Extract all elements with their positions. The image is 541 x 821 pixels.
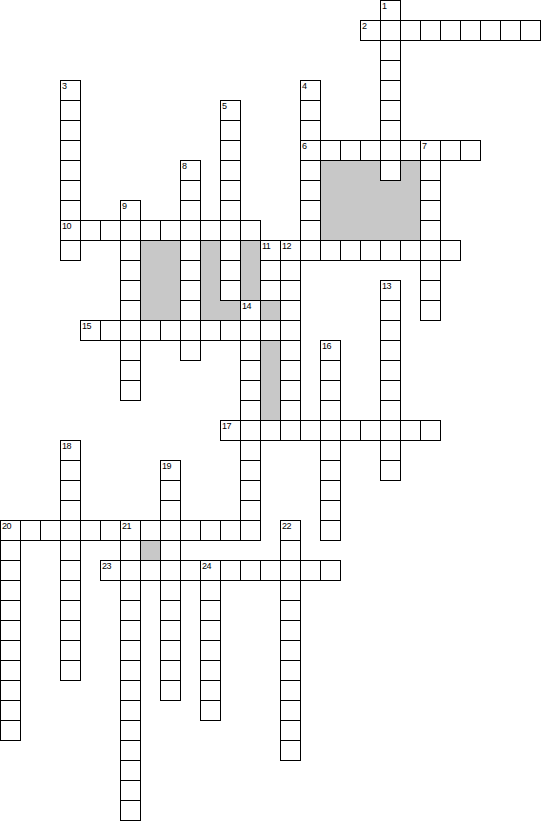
cell[interactable] bbox=[120, 280, 141, 301]
cell[interactable] bbox=[60, 480, 81, 501]
cell[interactable] bbox=[320, 480, 341, 501]
cell[interactable] bbox=[160, 560, 181, 581]
cell[interactable] bbox=[60, 240, 81, 261]
cell[interactable] bbox=[220, 160, 241, 181]
cell[interactable] bbox=[120, 800, 141, 821]
cell[interactable] bbox=[140, 220, 161, 241]
shaded-region-cell bbox=[360, 200, 380, 220]
shaded-region-cell bbox=[240, 280, 260, 300]
cell[interactable] bbox=[260, 560, 281, 581]
cell[interactable] bbox=[380, 380, 401, 401]
cell[interactable] bbox=[160, 520, 181, 541]
shaded-region-cell bbox=[140, 280, 160, 300]
cell[interactable] bbox=[60, 200, 81, 221]
cell[interactable] bbox=[0, 700, 21, 721]
cell[interactable] bbox=[60, 540, 81, 561]
cell[interactable] bbox=[160, 460, 181, 481]
cell[interactable] bbox=[420, 420, 441, 441]
shaded-region-cell bbox=[260, 380, 280, 400]
cell[interactable] bbox=[120, 340, 141, 361]
cell[interactable] bbox=[0, 640, 21, 661]
cell[interactable] bbox=[160, 620, 181, 641]
cell[interactable] bbox=[200, 640, 221, 661]
cell[interactable] bbox=[420, 180, 441, 201]
cell[interactable] bbox=[180, 160, 201, 181]
cell[interactable] bbox=[100, 220, 121, 241]
cell[interactable] bbox=[120, 620, 141, 641]
cell[interactable] bbox=[120, 220, 141, 241]
cell[interactable] bbox=[160, 220, 181, 241]
cell[interactable] bbox=[260, 260, 281, 281]
shaded-region-cell bbox=[400, 200, 420, 220]
cell[interactable] bbox=[220, 260, 241, 281]
shaded-region-cell bbox=[140, 540, 160, 560]
cell[interactable] bbox=[180, 340, 201, 361]
cell[interactable] bbox=[320, 460, 341, 481]
cell[interactable] bbox=[0, 680, 21, 701]
cell[interactable] bbox=[60, 100, 81, 121]
cell[interactable] bbox=[0, 660, 21, 681]
shaded-region-cell bbox=[160, 240, 180, 260]
cell[interactable] bbox=[320, 500, 341, 521]
cell[interactable] bbox=[300, 140, 321, 161]
cell[interactable] bbox=[160, 680, 181, 701]
cell[interactable] bbox=[0, 620, 21, 641]
cell[interactable] bbox=[500, 20, 521, 41]
cell[interactable] bbox=[420, 260, 441, 281]
shaded-region-cell bbox=[380, 200, 400, 220]
cell[interactable] bbox=[180, 240, 201, 261]
cell[interactable] bbox=[380, 120, 401, 141]
cell[interactable] bbox=[60, 140, 81, 161]
cell[interactable] bbox=[420, 160, 441, 181]
cell[interactable] bbox=[160, 540, 181, 561]
cell[interactable] bbox=[120, 640, 141, 661]
cell[interactable] bbox=[300, 120, 321, 141]
cell[interactable] bbox=[180, 560, 201, 581]
shaded-region-cell bbox=[260, 340, 280, 360]
cell[interactable] bbox=[240, 380, 261, 401]
shaded-region-cell bbox=[240, 240, 260, 260]
cell[interactable] bbox=[180, 300, 201, 321]
cell[interactable] bbox=[440, 20, 461, 41]
shaded-region-cell bbox=[260, 400, 280, 420]
cell[interactable] bbox=[420, 140, 441, 161]
shaded-region-cell bbox=[400, 220, 420, 240]
cell[interactable] bbox=[400, 240, 421, 261]
cell[interactable] bbox=[320, 440, 341, 461]
cell[interactable] bbox=[60, 500, 81, 521]
cell[interactable] bbox=[320, 400, 341, 421]
cell[interactable] bbox=[200, 580, 221, 601]
shaded-region-cell bbox=[220, 300, 240, 320]
cell[interactable] bbox=[240, 440, 261, 461]
cell[interactable] bbox=[380, 320, 401, 341]
cell[interactable] bbox=[220, 520, 241, 541]
cell[interactable] bbox=[280, 660, 301, 681]
cell[interactable] bbox=[220, 320, 241, 341]
cell[interactable] bbox=[380, 280, 401, 301]
cell[interactable] bbox=[200, 520, 221, 541]
shaded-region-cell bbox=[340, 160, 360, 180]
shaded-region-cell bbox=[360, 180, 380, 200]
cell[interactable] bbox=[220, 120, 241, 141]
cell[interactable] bbox=[60, 160, 81, 181]
cell[interactable] bbox=[280, 700, 301, 721]
cell[interactable] bbox=[300, 160, 321, 181]
cell[interactable] bbox=[260, 320, 281, 341]
cell[interactable] bbox=[160, 320, 181, 341]
crossword-grid: 123456789101112131415161718192021222324 bbox=[0, 0, 541, 821]
cell[interactable] bbox=[380, 400, 401, 421]
shaded-region-cell bbox=[260, 300, 280, 320]
cell[interactable] bbox=[180, 220, 201, 241]
cell[interactable] bbox=[320, 340, 341, 361]
cell[interactable] bbox=[120, 320, 141, 341]
cell[interactable] bbox=[80, 320, 101, 341]
cell[interactable] bbox=[120, 680, 141, 701]
cell[interactable] bbox=[60, 520, 81, 541]
cell[interactable] bbox=[120, 200, 141, 221]
cell[interactable] bbox=[200, 660, 221, 681]
shaded-region-cell bbox=[160, 300, 180, 320]
cell[interactable] bbox=[360, 20, 381, 41]
cell[interactable] bbox=[180, 260, 201, 281]
cell[interactable] bbox=[380, 40, 401, 61]
cell[interactable] bbox=[480, 20, 501, 41]
cell[interactable] bbox=[220, 560, 241, 581]
cell[interactable] bbox=[280, 260, 301, 281]
shaded-region-cell bbox=[340, 220, 360, 240]
cell[interactable] bbox=[320, 420, 341, 441]
cell[interactable] bbox=[240, 520, 261, 541]
shaded-region-cell bbox=[240, 260, 260, 280]
cell[interactable] bbox=[260, 280, 281, 301]
cell[interactable] bbox=[160, 640, 181, 661]
cell[interactable] bbox=[380, 80, 401, 101]
cell[interactable] bbox=[280, 600, 301, 621]
cell[interactable] bbox=[380, 60, 401, 81]
cell[interactable] bbox=[0, 600, 21, 621]
cell[interactable] bbox=[320, 140, 341, 161]
shaded-region-cell bbox=[140, 240, 160, 260]
cell[interactable] bbox=[320, 380, 341, 401]
cell[interactable] bbox=[180, 280, 201, 301]
cell[interactable] bbox=[120, 760, 141, 781]
cell[interactable] bbox=[400, 420, 421, 441]
shaded-region-cell bbox=[380, 220, 400, 240]
cell[interactable] bbox=[380, 440, 401, 461]
shaded-region-cell bbox=[360, 160, 380, 180]
cell[interactable] bbox=[240, 320, 261, 341]
cell[interactable] bbox=[140, 520, 161, 541]
cell[interactable] bbox=[120, 560, 141, 581]
cell[interactable] bbox=[220, 420, 241, 441]
cell[interactable] bbox=[300, 240, 321, 261]
cell[interactable] bbox=[200, 620, 221, 641]
cell[interactable] bbox=[180, 180, 201, 201]
cell[interactable] bbox=[420, 240, 441, 261]
cell[interactable] bbox=[120, 660, 141, 681]
cell[interactable] bbox=[280, 380, 301, 401]
cell[interactable] bbox=[160, 500, 181, 521]
cell[interactable] bbox=[180, 200, 201, 221]
cell[interactable] bbox=[220, 140, 241, 161]
cell[interactable] bbox=[0, 560, 21, 581]
cell[interactable] bbox=[280, 580, 301, 601]
cell[interactable] bbox=[60, 440, 81, 461]
cell[interactable] bbox=[460, 140, 481, 161]
cell[interactable] bbox=[380, 160, 401, 181]
cell[interactable] bbox=[60, 600, 81, 621]
cell[interactable] bbox=[240, 340, 261, 361]
cell[interactable] bbox=[60, 80, 81, 101]
cell[interactable] bbox=[120, 740, 141, 761]
cell[interactable] bbox=[320, 520, 341, 541]
cell[interactable] bbox=[120, 720, 141, 741]
cell[interactable] bbox=[200, 220, 221, 241]
cell[interactable] bbox=[380, 0, 401, 21]
cell[interactable] bbox=[240, 300, 261, 321]
cell[interactable] bbox=[380, 460, 401, 481]
cell[interactable] bbox=[100, 560, 121, 581]
cell[interactable] bbox=[240, 360, 261, 381]
cell[interactable] bbox=[60, 620, 81, 641]
cell[interactable] bbox=[240, 480, 261, 501]
shaded-region-cell bbox=[200, 260, 220, 280]
shaded-region-cell bbox=[360, 220, 380, 240]
cell[interactable] bbox=[300, 220, 321, 241]
cell[interactable] bbox=[140, 560, 161, 581]
cell[interactable] bbox=[260, 240, 281, 261]
cell[interactable] bbox=[300, 200, 321, 221]
cell[interactable] bbox=[120, 240, 141, 261]
cell[interactable] bbox=[200, 320, 221, 341]
shaded-region-cell bbox=[320, 180, 340, 200]
cell[interactable] bbox=[280, 400, 301, 421]
cell[interactable] bbox=[160, 660, 181, 681]
cell[interactable] bbox=[400, 20, 421, 41]
cell[interactable] bbox=[220, 280, 241, 301]
cell[interactable] bbox=[320, 560, 341, 581]
cell[interactable] bbox=[420, 20, 441, 41]
shaded-region-cell bbox=[140, 260, 160, 280]
cell[interactable] bbox=[60, 180, 81, 201]
cell[interactable] bbox=[80, 220, 101, 241]
cell[interactable] bbox=[260, 420, 281, 441]
cell[interactable] bbox=[340, 240, 361, 261]
cell[interactable] bbox=[280, 640, 301, 661]
shaded-region-cell bbox=[160, 260, 180, 280]
cell[interactable] bbox=[440, 140, 461, 161]
cell[interactable] bbox=[220, 200, 241, 221]
cell[interactable] bbox=[320, 360, 341, 381]
cell[interactable] bbox=[280, 360, 301, 381]
cell[interactable] bbox=[360, 140, 381, 161]
cell[interactable] bbox=[280, 520, 301, 541]
shaded-region-cell bbox=[320, 220, 340, 240]
cell[interactable] bbox=[300, 180, 321, 201]
cell[interactable] bbox=[380, 20, 401, 41]
cell[interactable] bbox=[60, 120, 81, 141]
cell[interactable] bbox=[420, 300, 441, 321]
cell[interactable] bbox=[300, 420, 321, 441]
cell[interactable] bbox=[440, 240, 461, 261]
shaded-region-cell bbox=[340, 200, 360, 220]
cell[interactable] bbox=[120, 580, 141, 601]
cell[interactable] bbox=[300, 100, 321, 121]
cell[interactable] bbox=[60, 460, 81, 481]
cell[interactable] bbox=[140, 320, 161, 341]
shaded-region-cell bbox=[260, 360, 280, 380]
cell[interactable] bbox=[280, 300, 301, 321]
shaded-region-cell bbox=[320, 160, 340, 180]
cell[interactable] bbox=[120, 360, 141, 381]
cell[interactable] bbox=[200, 600, 221, 621]
cell[interactable] bbox=[460, 20, 481, 41]
shaded-region-cell bbox=[320, 200, 340, 220]
cell[interactable] bbox=[60, 580, 81, 601]
cell[interactable] bbox=[0, 520, 21, 541]
cell[interactable] bbox=[300, 80, 321, 101]
cell[interactable] bbox=[160, 580, 181, 601]
cell[interactable] bbox=[220, 240, 241, 261]
shaded-region-cell bbox=[380, 180, 400, 200]
cell[interactable] bbox=[220, 220, 241, 241]
cell[interactable] bbox=[0, 540, 21, 561]
cell[interactable] bbox=[120, 780, 141, 801]
cell[interactable] bbox=[420, 220, 441, 241]
cell[interactable] bbox=[280, 540, 301, 561]
cell[interactable] bbox=[60, 560, 81, 581]
cell[interactable] bbox=[280, 740, 301, 761]
cell[interactable] bbox=[280, 620, 301, 641]
cell[interactable] bbox=[420, 280, 441, 301]
cell[interactable] bbox=[60, 640, 81, 661]
cell[interactable] bbox=[120, 540, 141, 561]
cell[interactable] bbox=[280, 680, 301, 701]
cell[interactable] bbox=[120, 380, 141, 401]
shaded-region-cell bbox=[200, 280, 220, 300]
cell[interactable] bbox=[240, 220, 261, 241]
cell[interactable] bbox=[280, 560, 301, 581]
cell[interactable] bbox=[380, 240, 401, 261]
cell[interactable] bbox=[100, 520, 121, 541]
cell[interactable] bbox=[240, 400, 261, 421]
cell[interactable] bbox=[120, 520, 141, 541]
cell[interactable] bbox=[520, 20, 541, 41]
cell[interactable] bbox=[100, 320, 121, 341]
cell[interactable] bbox=[0, 720, 21, 741]
cell[interactable] bbox=[380, 300, 401, 321]
cell[interactable] bbox=[80, 520, 101, 541]
cell[interactable] bbox=[220, 180, 241, 201]
cell[interactable] bbox=[400, 140, 421, 161]
cell[interactable] bbox=[340, 420, 361, 441]
cell[interactable] bbox=[40, 520, 61, 541]
cell[interactable] bbox=[280, 340, 301, 361]
shaded-region-cell bbox=[400, 160, 420, 180]
cell[interactable] bbox=[320, 240, 341, 261]
shaded-region-cell bbox=[160, 280, 180, 300]
shaded-region-cell bbox=[400, 180, 420, 200]
cell[interactable] bbox=[380, 420, 401, 441]
cell[interactable] bbox=[60, 660, 81, 681]
cell[interactable] bbox=[240, 420, 261, 441]
cell[interactable] bbox=[280, 420, 301, 441]
cell[interactable] bbox=[120, 700, 141, 721]
cell[interactable] bbox=[240, 460, 261, 481]
cell[interactable] bbox=[280, 720, 301, 741]
cell[interactable] bbox=[0, 580, 21, 601]
cell[interactable] bbox=[120, 600, 141, 621]
cell[interactable] bbox=[380, 360, 401, 381]
cell[interactable] bbox=[360, 240, 381, 261]
cell[interactable] bbox=[240, 500, 261, 521]
shaded-region-cell bbox=[340, 180, 360, 200]
cell[interactable] bbox=[340, 140, 361, 161]
cell[interactable] bbox=[60, 220, 81, 241]
cell[interactable] bbox=[220, 100, 241, 121]
shaded-region-cell bbox=[140, 300, 160, 320]
shaded-region-cell bbox=[200, 300, 220, 320]
cell[interactable] bbox=[200, 680, 221, 701]
cell[interactable] bbox=[120, 300, 141, 321]
cell[interactable] bbox=[380, 100, 401, 121]
cell[interactable] bbox=[380, 140, 401, 161]
cell[interactable] bbox=[200, 560, 221, 581]
cell[interactable] bbox=[180, 320, 201, 341]
cell[interactable] bbox=[380, 340, 401, 361]
cell[interactable] bbox=[200, 700, 221, 721]
cell[interactable] bbox=[420, 200, 441, 221]
cell[interactable] bbox=[300, 560, 321, 581]
cell[interactable] bbox=[280, 280, 301, 301]
cell[interactable] bbox=[360, 420, 381, 441]
cell[interactable] bbox=[160, 600, 181, 621]
crossword-page: 123456789101112131415161718192021222324 bbox=[0, 0, 541, 821]
cell[interactable] bbox=[240, 560, 261, 581]
cell[interactable] bbox=[280, 240, 301, 261]
cell[interactable] bbox=[180, 520, 201, 541]
cell[interactable] bbox=[120, 260, 141, 281]
shaded-region-cell bbox=[200, 240, 220, 260]
cell[interactable] bbox=[280, 320, 301, 341]
cell[interactable] bbox=[20, 520, 41, 541]
cell[interactable] bbox=[160, 480, 181, 501]
